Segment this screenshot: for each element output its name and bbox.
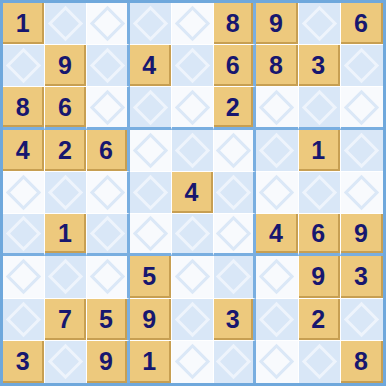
diamond-icon (344, 89, 379, 124)
cell-r9c8[interactable] (299, 341, 341, 383)
diamond-icon (6, 48, 41, 83)
cell-r2c2: 9 (45, 45, 87, 87)
diamond-icon (344, 133, 379, 168)
given-digit: 4 (185, 180, 199, 205)
given-digit: 3 (311, 53, 325, 78)
cell-r5c4[interactable] (130, 172, 172, 214)
diamond-icon (216, 344, 251, 379)
diamond-icon (175, 133, 210, 168)
cell-r8c5[interactable] (172, 299, 214, 341)
cell-r3c8[interactable] (299, 87, 341, 129)
diamond-icon (175, 301, 210, 336)
cell-r8c4: 9 (130, 299, 172, 341)
cell-r4c8: 1 (299, 130, 341, 172)
cell-r3c4[interactable] (130, 87, 172, 129)
diamond-icon (48, 259, 83, 294)
given-digit: 3 (16, 349, 30, 374)
diamond-icon (89, 89, 124, 124)
cell-r7c3[interactable] (87, 256, 129, 298)
cell-r5c9[interactable] (341, 172, 383, 214)
cell-r3c2: 6 (45, 87, 87, 129)
diamond-icon (259, 301, 294, 336)
given-digit: 1 (58, 221, 72, 246)
sudoku-board: 189694683862426141469593759323918 (0, 0, 386, 386)
given-digit: 6 (58, 95, 72, 120)
diamond-icon (89, 216, 124, 251)
given-digit: 2 (58, 138, 72, 163)
diamond-icon (216, 216, 251, 251)
cell-r6c1[interactable] (3, 214, 45, 256)
cell-r8c3: 5 (87, 299, 129, 341)
cell-r4c5[interactable] (172, 130, 214, 172)
cell-r1c5[interactable] (172, 3, 214, 45)
cell-r3c1: 8 (3, 87, 45, 129)
cell-r1c3[interactable] (87, 3, 129, 45)
cell-r5c7[interactable] (256, 172, 298, 214)
cell-r8c8: 2 (299, 299, 341, 341)
cell-r2c7: 8 (256, 45, 298, 87)
given-digit: 2 (226, 95, 240, 120)
cell-r2c5[interactable] (172, 45, 214, 87)
cell-r4c4[interactable] (130, 130, 172, 172)
diamond-icon (301, 89, 336, 124)
given-digit: 9 (142, 307, 156, 332)
cell-r7c7[interactable] (256, 256, 298, 298)
diamond-icon (48, 344, 83, 379)
diamond-icon (259, 344, 294, 379)
cell-r1c7: 9 (256, 3, 298, 45)
cell-r7c8: 9 (299, 256, 341, 298)
given-digit: 6 (354, 11, 368, 36)
diamond-icon (133, 89, 168, 124)
cell-r1c8[interactable] (299, 3, 341, 45)
cell-r6c5[interactable] (172, 214, 214, 256)
diamond-icon (6, 216, 41, 251)
cell-r5c1[interactable] (3, 172, 45, 214)
cell-r4c6[interactable] (214, 130, 256, 172)
cell-r2c6: 6 (214, 45, 256, 87)
cell-r9c3: 9 (87, 341, 129, 383)
diamond-icon (216, 175, 251, 210)
diamond-icon (175, 344, 210, 379)
diamond-icon (259, 259, 294, 294)
cell-r6c2: 1 (45, 214, 87, 256)
given-digit: 1 (142, 349, 156, 374)
cell-r2c8: 3 (299, 45, 341, 87)
diamond-icon (301, 344, 336, 379)
diamond-icon (175, 216, 210, 251)
given-digit: 7 (58, 307, 72, 332)
diamond-icon (301, 175, 336, 210)
diamond-icon (89, 259, 124, 294)
cell-r3c5[interactable] (172, 87, 214, 129)
given-digit: 9 (99, 349, 113, 374)
cell-r2c3[interactable] (87, 45, 129, 87)
diamond-icon (48, 6, 83, 41)
cell-r8c2: 7 (45, 299, 87, 341)
cell-r7c2[interactable] (45, 256, 87, 298)
given-digit: 8 (226, 11, 240, 36)
diamond-icon (89, 48, 124, 83)
cell-r2c1[interactable] (3, 45, 45, 87)
cell-r5c2[interactable] (45, 172, 87, 214)
diamond-icon (216, 133, 251, 168)
given-digit: 1 (311, 138, 325, 163)
diamond-icon (48, 175, 83, 210)
given-digit: 4 (269, 221, 283, 246)
diamond-icon (301, 6, 336, 41)
diamond-icon (344, 48, 379, 83)
given-digit: 8 (269, 53, 283, 78)
cell-r3c3[interactable] (87, 87, 129, 129)
given-digit: 9 (58, 53, 72, 78)
cell-r3c9[interactable] (341, 87, 383, 129)
cell-r7c4: 5 (130, 256, 172, 298)
diamond-icon (344, 301, 379, 336)
cell-r5c3[interactable] (87, 172, 129, 214)
given-digit: 9 (269, 11, 283, 36)
cell-r7c5[interactable] (172, 256, 214, 298)
cell-r4c1: 4 (3, 130, 45, 172)
diamond-icon (133, 175, 168, 210)
diamond-icon (133, 216, 168, 251)
cell-r3c6: 2 (214, 87, 256, 129)
cell-r9c6[interactable] (214, 341, 256, 383)
cell-r6c7: 4 (256, 214, 298, 256)
given-digit: 6 (226, 53, 240, 78)
given-digit: 1 (16, 11, 30, 36)
cell-r7c1[interactable] (3, 256, 45, 298)
given-digit: 4 (142, 53, 156, 78)
cell-r4c2: 2 (45, 130, 87, 172)
cell-r6c4[interactable] (130, 214, 172, 256)
cell-r1c6: 8 (214, 3, 256, 45)
given-digit: 3 (354, 264, 368, 289)
given-digit: 6 (311, 221, 325, 246)
cell-r4c9[interactable] (341, 130, 383, 172)
cell-r9c2[interactable] (45, 341, 87, 383)
given-digit: 2 (311, 307, 325, 332)
cell-r6c9: 9 (341, 214, 383, 256)
cell-r5c8[interactable] (299, 172, 341, 214)
cell-r9c5[interactable] (172, 341, 214, 383)
given-digit: 6 (99, 138, 113, 163)
given-digit: 5 (142, 264, 156, 289)
diamond-icon (89, 175, 124, 210)
cell-r6c3[interactable] (87, 214, 129, 256)
cell-r6c6[interactable] (214, 214, 256, 256)
cell-r5c6[interactable] (214, 172, 256, 214)
cell-r1c1: 1 (3, 3, 45, 45)
given-digit: 9 (354, 221, 368, 246)
diamond-icon (259, 175, 294, 210)
diamond-icon (6, 259, 41, 294)
diamond-icon (175, 89, 210, 124)
cell-r9c9: 8 (341, 341, 383, 383)
diamond-icon (344, 175, 379, 210)
given-digit: 9 (311, 264, 325, 289)
cell-r8c9[interactable] (341, 299, 383, 341)
cell-r5c5: 4 (172, 172, 214, 214)
cell-r2c4: 4 (130, 45, 172, 87)
diamond-icon (175, 259, 210, 294)
cell-r7c6[interactable] (214, 256, 256, 298)
given-digit: 4 (16, 138, 30, 163)
cell-r9c4: 1 (130, 341, 172, 383)
diamond-icon (133, 133, 168, 168)
cell-r6c8: 6 (299, 214, 341, 256)
diamond-icon (175, 6, 210, 41)
diamond-icon (175, 48, 210, 83)
diamond-icon (6, 175, 41, 210)
cell-r1c9: 6 (341, 3, 383, 45)
diamond-icon (216, 259, 251, 294)
cell-r8c7[interactable] (256, 299, 298, 341)
given-digit: 5 (99, 307, 113, 332)
given-digit: 8 (354, 349, 368, 374)
cell-r4c3: 6 (87, 130, 129, 172)
cell-r8c6: 3 (214, 299, 256, 341)
cell-r8c1[interactable] (3, 299, 45, 341)
cell-r9c7[interactable] (256, 341, 298, 383)
diamond-icon (133, 6, 168, 41)
cell-r4c7[interactable] (256, 130, 298, 172)
cell-r7c9: 3 (341, 256, 383, 298)
given-digit: 8 (16, 95, 30, 120)
cell-r3c7[interactable] (256, 87, 298, 129)
cell-r9c1: 3 (3, 341, 45, 383)
cell-r2c9[interactable] (341, 45, 383, 87)
cell-r1c2[interactable] (45, 3, 87, 45)
diamond-icon (89, 6, 124, 41)
sudoku-grid: 189694683862426141469593759323918 (3, 3, 383, 383)
cell-r1c4[interactable] (130, 3, 172, 45)
diamond-icon (6, 301, 41, 336)
diamond-icon (259, 89, 294, 124)
given-digit: 3 (226, 307, 240, 332)
diamond-icon (259, 133, 294, 168)
